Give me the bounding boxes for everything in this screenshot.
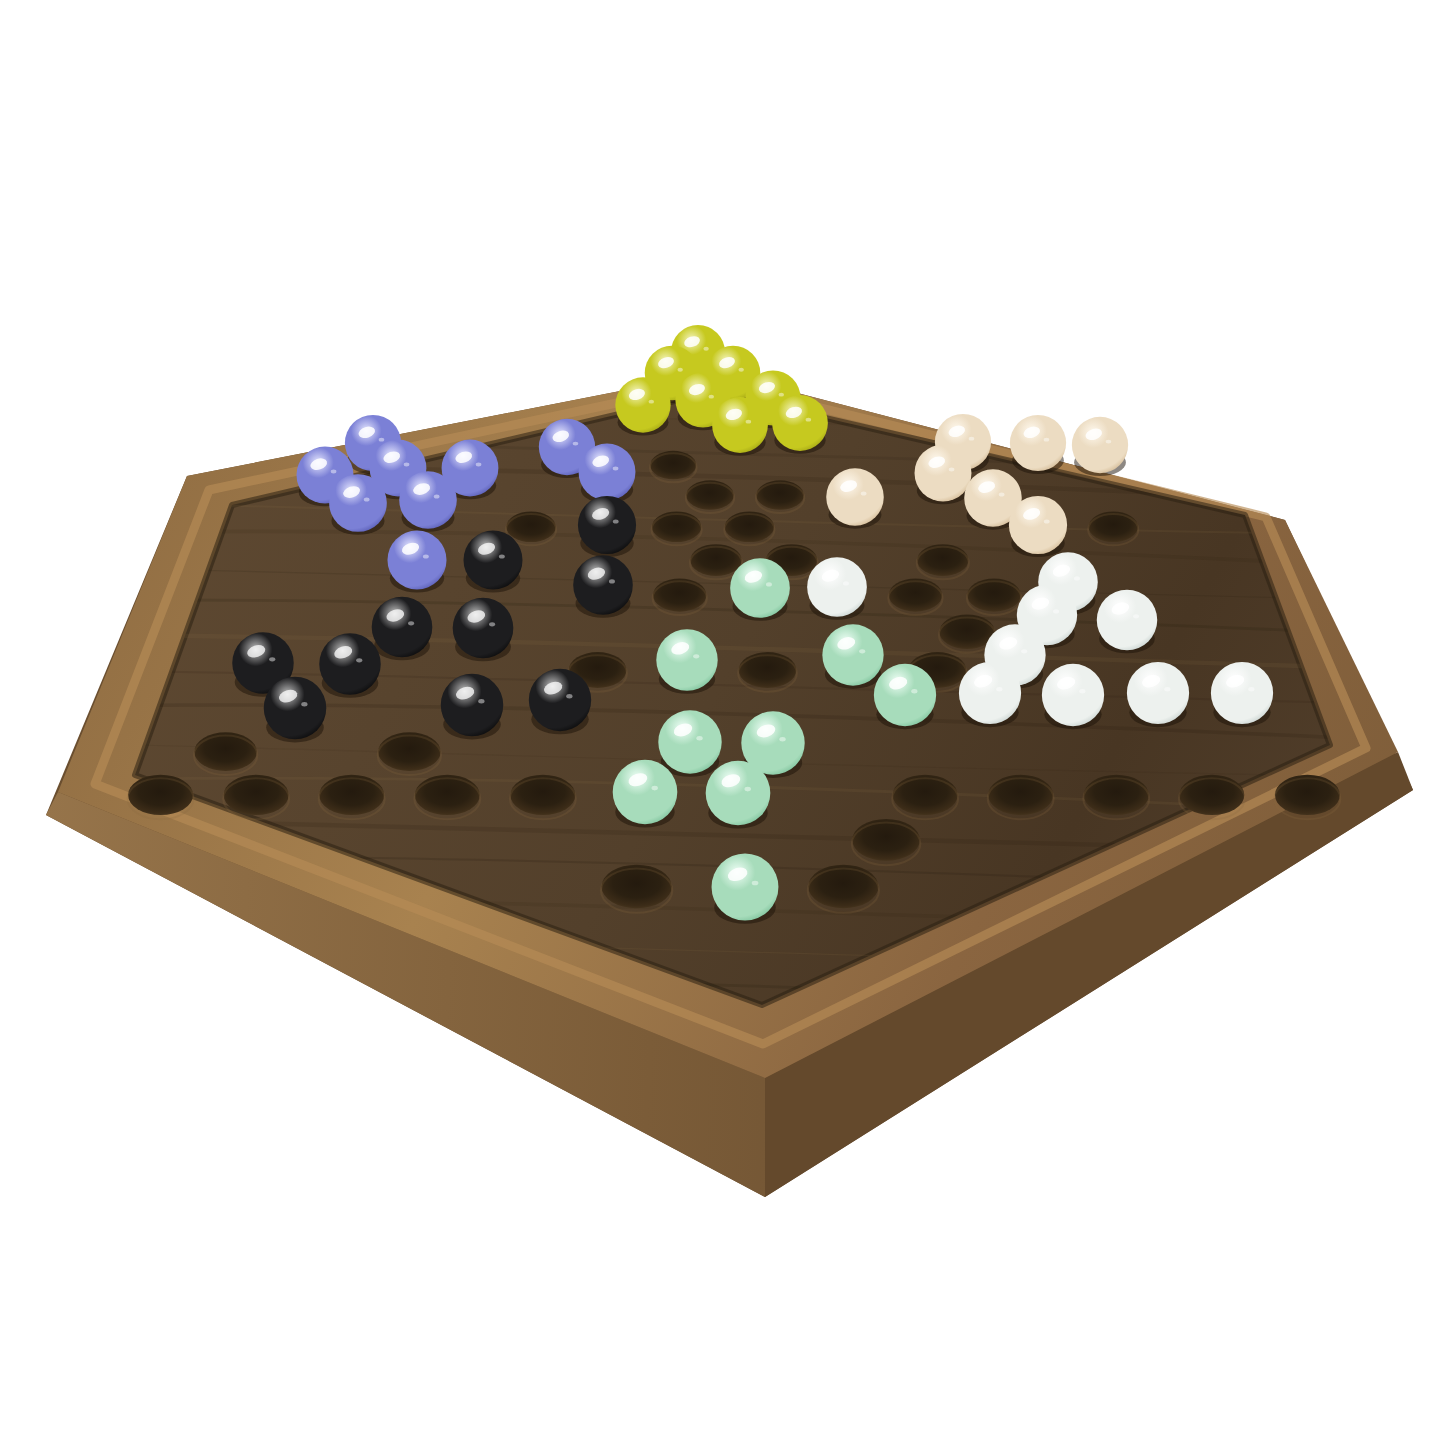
marble-black[interactable] (573, 555, 633, 618)
board-hole[interactable] (739, 652, 797, 688)
marble-blue[interactable] (329, 474, 387, 535)
board-hole[interactable] (319, 775, 384, 815)
board-hole[interactable] (650, 451, 696, 479)
board-hole[interactable] (1089, 511, 1138, 542)
product-photo-canvas (0, 0, 1445, 1445)
marble-green[interactable] (712, 854, 779, 924)
marble-black[interactable] (453, 598, 514, 662)
board-hole[interactable] (756, 480, 804, 510)
marble-green[interactable] (874, 664, 936, 729)
marble-white[interactable] (1042, 664, 1104, 729)
marble-yellow[interactable] (772, 395, 828, 454)
marble-pearl[interactable] (915, 445, 972, 505)
board-hole[interactable] (808, 865, 878, 909)
board-hole[interactable] (893, 775, 958, 815)
marble-green[interactable] (658, 710, 721, 777)
marble-black[interactable] (463, 530, 522, 592)
board-hole[interactable] (1084, 775, 1149, 815)
board-hole[interactable] (378, 732, 440, 771)
board-hole[interactable] (652, 511, 701, 542)
board-hole[interactable] (852, 819, 920, 861)
marble-pearl[interactable] (826, 468, 884, 528)
board-hole[interactable] (506, 511, 555, 542)
marble-black[interactable] (578, 496, 636, 557)
board-hole[interactable] (128, 775, 193, 815)
marble-black[interactable] (441, 674, 504, 740)
board-hole[interactable] (224, 775, 289, 815)
marble-pearl[interactable] (1010, 415, 1066, 474)
marble-green[interactable] (822, 624, 883, 688)
marble-pearl[interactable] (1072, 417, 1128, 476)
marble-black[interactable] (529, 669, 591, 735)
marble-yellow[interactable] (615, 377, 670, 435)
marble-black[interactable] (264, 677, 327, 743)
board-hole[interactable] (602, 865, 672, 909)
marble-green[interactable] (706, 761, 771, 829)
marble-black[interactable] (372, 597, 433, 661)
marble-black[interactable] (319, 633, 381, 698)
marble-yellow[interactable] (712, 397, 768, 456)
marble-pearl[interactable] (1009, 496, 1067, 557)
marble-white[interactable] (1211, 662, 1273, 727)
marble-blue[interactable] (579, 444, 636, 504)
marble-white[interactable] (959, 662, 1021, 727)
board-hole[interactable] (690, 544, 741, 576)
board-hole[interactable] (889, 579, 942, 612)
marble-green[interactable] (730, 558, 790, 621)
marble-white[interactable] (807, 557, 867, 620)
board-hole[interactable] (725, 511, 774, 542)
marble-blue[interactable] (387, 530, 446, 592)
board-hole[interactable] (1179, 775, 1244, 815)
board-hole[interactable] (194, 732, 256, 771)
board-hole[interactable] (510, 775, 575, 815)
board-hole[interactable] (917, 544, 968, 576)
board-hole[interactable] (415, 775, 480, 815)
marble-blue[interactable] (399, 471, 457, 531)
board-hole[interactable] (686, 480, 734, 510)
board-hole[interactable] (967, 579, 1020, 612)
marble-green[interactable] (656, 629, 717, 694)
marble-white[interactable] (1097, 590, 1157, 654)
marble-white[interactable] (1127, 662, 1189, 727)
chinese-checkers-board (0, 0, 1445, 1445)
board-hole[interactable] (1275, 775, 1340, 815)
board-hole[interactable] (988, 775, 1053, 815)
board-hole[interactable] (653, 579, 706, 612)
marble-green[interactable] (613, 760, 678, 828)
